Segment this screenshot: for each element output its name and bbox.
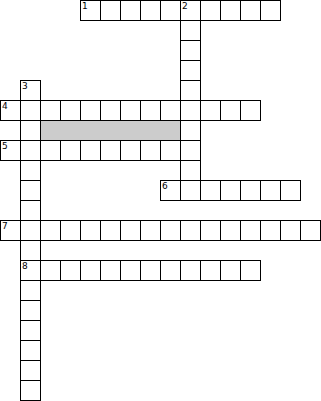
crossword-cell[interactable]	[140, 260, 161, 281]
crossword-cell[interactable]	[20, 300, 41, 321]
crossword-cell[interactable]	[20, 340, 41, 361]
highlighted-slot-cell[interactable]	[140, 120, 160, 140]
crossword-cell[interactable]	[160, 260, 181, 281]
crossword-cell[interactable]	[160, 0, 181, 21]
crossword-cell[interactable]	[240, 0, 261, 21]
crossword-cell[interactable]	[20, 240, 41, 261]
crossword-cell[interactable]	[20, 220, 41, 241]
clue-number-label: 4	[2, 101, 8, 111]
crossword-cell[interactable]	[240, 100, 261, 121]
crossword-cell[interactable]	[220, 260, 241, 281]
crossword-cell[interactable]	[260, 180, 281, 201]
crossword-cell[interactable]	[100, 140, 121, 161]
clue-number-label: 8	[22, 261, 28, 271]
crossword-cell[interactable]	[20, 360, 41, 381]
clue-number-label: 6	[162, 181, 168, 191]
crossword-cell[interactable]	[140, 100, 161, 121]
crossword-cell[interactable]	[120, 260, 141, 281]
crossword-cell[interactable]: 4	[0, 100, 21, 121]
crossword-cell[interactable]	[220, 220, 241, 241]
crossword-cell[interactable]	[180, 80, 201, 101]
crossword-cell[interactable]	[80, 260, 101, 281]
crossword-cell[interactable]	[20, 140, 41, 161]
crossword-cell[interactable]: 1	[80, 0, 101, 21]
crossword-cell[interactable]	[260, 0, 281, 21]
crossword-cell[interactable]	[20, 380, 41, 401]
crossword-cell[interactable]	[180, 120, 201, 141]
crossword-cell[interactable]	[180, 60, 201, 81]
crossword-cell[interactable]: 7	[0, 220, 21, 241]
crossword-cell[interactable]: 6	[160, 180, 181, 201]
highlighted-slot-cell[interactable]	[100, 120, 120, 140]
crossword-cell[interactable]	[40, 100, 61, 121]
crossword-cell[interactable]	[20, 180, 41, 201]
highlighted-slot-cell[interactable]	[40, 120, 60, 140]
crossword-cell[interactable]	[60, 220, 81, 241]
clue-number-label: 1	[82, 1, 88, 11]
crossword-cell[interactable]	[220, 0, 241, 21]
crossword-cell[interactable]	[20, 160, 41, 181]
crossword-cell[interactable]	[60, 260, 81, 281]
crossword-cell[interactable]	[240, 220, 261, 241]
highlighted-slot-cell[interactable]	[60, 120, 80, 140]
crossword-cell[interactable]	[140, 0, 161, 21]
crossword-cell[interactable]	[200, 180, 221, 201]
crossword-cell[interactable]	[100, 220, 121, 241]
crossword-cell[interactable]	[80, 100, 101, 121]
crossword-cell[interactable]	[220, 100, 241, 121]
crossword-cell[interactable]	[40, 260, 61, 281]
crossword-cell[interactable]	[100, 100, 121, 121]
crossword-cell[interactable]	[160, 220, 181, 241]
crossword-cell[interactable]	[200, 220, 221, 241]
crossword-cell[interactable]: 5	[0, 140, 21, 161]
crossword-cell[interactable]	[80, 140, 101, 161]
clue-number-label: 5	[2, 141, 8, 151]
crossword-cell[interactable]	[240, 260, 261, 281]
crossword-cell[interactable]	[180, 180, 201, 201]
crossword-cell[interactable]	[80, 220, 101, 241]
crossword-cell[interactable]	[160, 100, 181, 121]
crossword-cell[interactable]	[280, 220, 301, 241]
crossword-cell[interactable]	[220, 180, 241, 201]
crossword-cell[interactable]	[140, 140, 161, 161]
crossword-cell[interactable]	[300, 220, 321, 241]
highlighted-slot-cell[interactable]	[80, 120, 100, 140]
crossword-cell[interactable]	[180, 260, 201, 281]
crossword-cell[interactable]	[20, 320, 41, 341]
crossword-cell[interactable]	[180, 40, 201, 61]
crossword-cell[interactable]	[100, 260, 121, 281]
clue-number-label: 3	[22, 81, 28, 91]
crossword-cell[interactable]: 2	[180, 0, 201, 21]
crossword-cell[interactable]	[120, 220, 141, 241]
crossword-cell[interactable]	[120, 100, 141, 121]
highlighted-slot-cell[interactable]	[160, 120, 180, 140]
crossword-cell[interactable]	[20, 200, 41, 221]
crossword-cell[interactable]: 3	[20, 80, 41, 101]
crossword-cell[interactable]	[180, 20, 201, 41]
clue-number-label: 2	[182, 1, 188, 11]
clue-number-label: 7	[2, 221, 8, 231]
crossword-cell[interactable]	[260, 220, 281, 241]
crossword-cell[interactable]	[200, 100, 221, 121]
crossword-cell[interactable]	[140, 220, 161, 241]
crossword-cell[interactable]	[180, 140, 201, 161]
crossword-cell[interactable]	[120, 0, 141, 21]
crossword-cell[interactable]	[40, 140, 61, 161]
crossword-cell[interactable]	[200, 260, 221, 281]
crossword-board: 12345678	[0, 0, 321, 401]
crossword-cell[interactable]	[20, 280, 41, 301]
crossword-cell[interactable]	[280, 180, 301, 201]
crossword-cell[interactable]	[120, 140, 141, 161]
crossword-cell[interactable]	[40, 220, 61, 241]
crossword-cell[interactable]	[180, 100, 201, 121]
crossword-cell[interactable]	[100, 0, 121, 21]
crossword-cell[interactable]	[240, 180, 261, 201]
highlighted-slot-cell[interactable]	[120, 120, 140, 140]
crossword-cell[interactable]	[200, 0, 221, 21]
crossword-cell[interactable]	[20, 120, 41, 141]
crossword-cell[interactable]	[160, 140, 181, 161]
crossword-cell[interactable]	[60, 140, 81, 161]
crossword-cell[interactable]: 8	[20, 260, 41, 281]
crossword-cell[interactable]	[180, 160, 201, 181]
crossword-cell[interactable]	[180, 220, 201, 241]
crossword-cell[interactable]	[20, 100, 41, 121]
crossword-cell[interactable]	[60, 100, 81, 121]
